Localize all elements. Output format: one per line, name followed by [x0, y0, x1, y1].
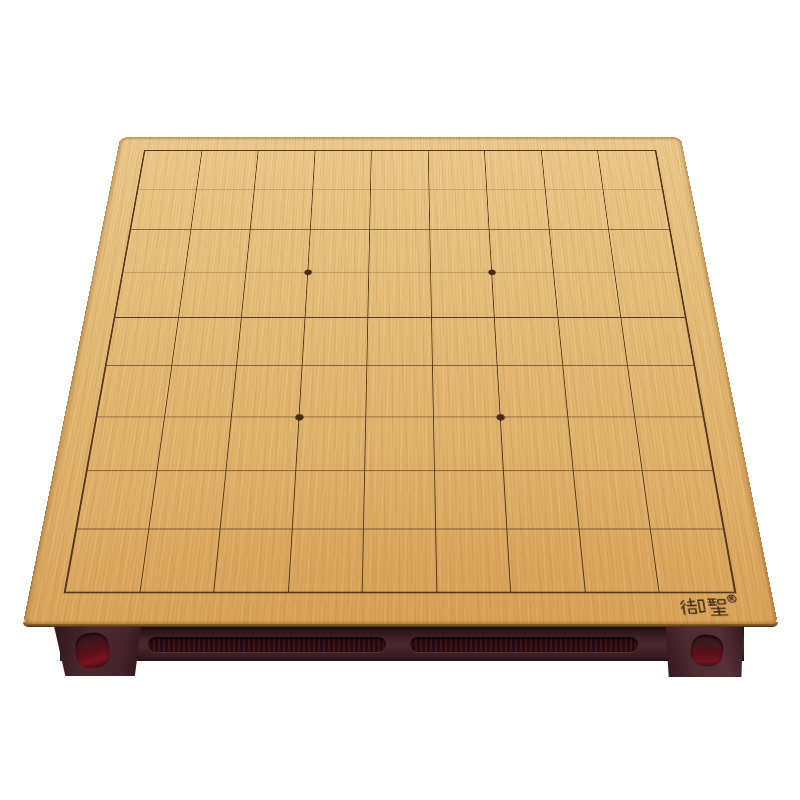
board-cell — [123, 230, 190, 273]
board-cell — [255, 151, 315, 189]
board-cell — [604, 189, 669, 229]
board-cell — [165, 366, 237, 417]
board-cell — [371, 151, 429, 189]
shogi-grid — [64, 150, 737, 593]
board-cell — [434, 417, 505, 471]
board-cell — [436, 530, 511, 592]
board-cell — [622, 318, 694, 366]
board-cell — [221, 472, 296, 530]
board-cell — [433, 366, 501, 417]
board-cell — [172, 318, 242, 366]
board-cell — [302, 318, 368, 366]
board-cell — [487, 189, 549, 229]
board-cell — [370, 189, 430, 229]
board-cell — [313, 151, 372, 189]
board-cell — [368, 273, 431, 318]
board-cell — [490, 230, 554, 273]
board-cell — [185, 230, 251, 273]
board-surface: 御聖® — [23, 137, 778, 624]
board-cell — [568, 417, 643, 471]
board-cell — [138, 151, 202, 189]
board-cell — [563, 366, 635, 417]
board-cell — [574, 472, 652, 530]
board-cell — [432, 318, 498, 366]
board-cell — [140, 530, 220, 592]
board-cell — [299, 366, 367, 417]
board-cell — [542, 151, 604, 189]
board-cell — [485, 151, 545, 189]
board-cell — [628, 366, 702, 417]
board-cell — [246, 230, 310, 273]
board-cell — [364, 472, 436, 530]
drawer-slot-right — [410, 637, 638, 652]
board-cell — [310, 189, 371, 229]
board-cell — [554, 273, 622, 318]
board-cell — [369, 230, 430, 273]
board-cell — [550, 230, 616, 273]
board-cell — [558, 318, 628, 366]
board-cell — [363, 530, 437, 592]
board-cell — [88, 417, 165, 471]
board-cell — [431, 273, 495, 318]
brand-stamp: 御聖® — [676, 593, 742, 618]
board-cell — [115, 273, 185, 318]
board-cell — [97, 366, 171, 417]
board-cell — [501, 417, 574, 471]
board-cell — [289, 530, 365, 592]
board-cell — [651, 530, 734, 592]
board-cell — [636, 417, 713, 471]
board-cell — [232, 366, 302, 417]
board-cell — [492, 273, 558, 318]
board-cell — [226, 417, 299, 471]
board-cell — [251, 189, 313, 229]
board-cell — [504, 472, 579, 530]
board-cell — [197, 151, 259, 189]
board-cell — [609, 230, 676, 273]
shogi-board-product-photo: 御聖® — [0, 0, 800, 800]
board-cell — [365, 417, 434, 471]
board-cell — [545, 189, 609, 229]
board-cell — [107, 318, 179, 366]
board-cell — [495, 318, 563, 366]
board-cell — [643, 472, 723, 530]
leg-cutout-left — [74, 631, 110, 669]
board-cell — [429, 189, 490, 229]
board-cell — [366, 366, 433, 417]
star-point — [497, 414, 505, 420]
board-cell — [598, 151, 662, 189]
board-cell — [292, 472, 365, 530]
board-cell — [430, 230, 492, 273]
board-cell — [149, 472, 227, 530]
board-cell — [191, 189, 255, 229]
drawer-slot-left — [148, 637, 386, 652]
board-cell — [237, 318, 305, 366]
brand-stamp-icon — [676, 593, 742, 618]
board-cell — [428, 151, 487, 189]
board-cell — [508, 530, 586, 592]
board-cell — [66, 530, 149, 592]
board-cell — [579, 530, 659, 592]
board-cell — [308, 230, 370, 273]
board-cell — [242, 273, 308, 318]
board-cell — [498, 366, 568, 417]
star-point — [489, 270, 497, 275]
board-cell — [296, 417, 367, 471]
board-cell — [435, 472, 508, 530]
board-cell — [179, 273, 247, 318]
board-cell — [615, 273, 685, 318]
board-cell — [214, 530, 292, 592]
board-cell — [77, 472, 157, 530]
board-cell — [367, 318, 432, 366]
board-cell — [305, 273, 369, 318]
board-cell — [157, 417, 232, 471]
board-cell — [131, 189, 196, 229]
